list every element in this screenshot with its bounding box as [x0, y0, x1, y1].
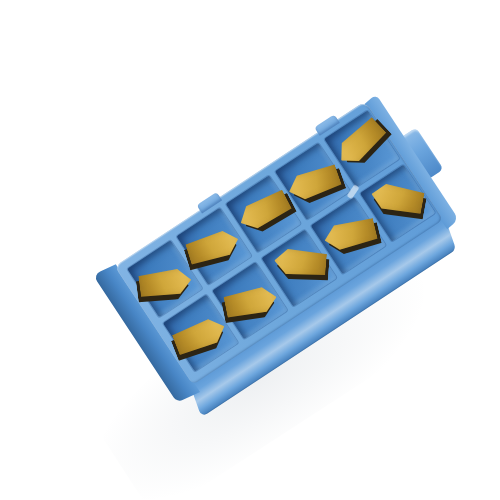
product-photo	[0, 0, 500, 500]
carbide-insert	[235, 188, 293, 235]
carbide-insert	[138, 267, 193, 299]
carbide-insert	[332, 115, 388, 170]
carbide-insert	[185, 227, 242, 267]
insert-top-face	[138, 267, 193, 299]
insert-top-face	[273, 247, 327, 277]
carbide-insert	[322, 216, 379, 253]
carbide-insert	[285, 162, 343, 204]
carbide-insert	[171, 314, 229, 357]
carbide-insert	[273, 247, 327, 277]
carbide-insert	[369, 181, 425, 216]
carbide-insert	[223, 284, 279, 320]
